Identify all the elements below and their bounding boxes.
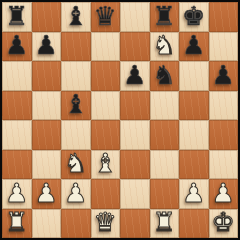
square-f6[interactable]: ♞ [150, 61, 180, 91]
piece-white-knight[interactable]: ♞ [153, 32, 176, 58]
square-d1[interactable]: ♛ [91, 209, 121, 239]
chess-board: ♜♝♛♜♚♟♟♞♟♟♞♟♝♞♝♟♟♟♟♟♜♛♜♚ [2, 2, 238, 238]
square-h2[interactable]: ♟ [209, 179, 239, 209]
piece-black-pawn[interactable]: ♟ [35, 32, 58, 58]
piece-black-rook[interactable]: ♜ [5, 3, 28, 29]
square-d8[interactable]: ♛ [91, 2, 121, 32]
square-g5[interactable] [179, 91, 209, 121]
square-d7[interactable] [91, 32, 121, 62]
square-b5[interactable] [32, 91, 62, 121]
square-g3[interactable] [179, 150, 209, 180]
square-h3[interactable] [209, 150, 239, 180]
square-e4[interactable] [120, 120, 150, 150]
square-a2[interactable]: ♟ [2, 179, 32, 209]
square-g6[interactable] [179, 61, 209, 91]
square-a6[interactable] [2, 61, 32, 91]
piece-black-pawn[interactable]: ♟ [123, 62, 146, 88]
square-b2[interactable]: ♟ [32, 179, 62, 209]
piece-white-pawn[interactable]: ♟ [5, 180, 28, 206]
square-e8[interactable] [120, 2, 150, 32]
square-f5[interactable] [150, 91, 180, 121]
square-g4[interactable] [179, 120, 209, 150]
square-h6[interactable]: ♟ [209, 61, 239, 91]
square-a3[interactable] [2, 150, 32, 180]
square-h4[interactable] [209, 120, 239, 150]
square-c3[interactable]: ♞ [61, 150, 91, 180]
square-h5[interactable] [209, 91, 239, 121]
piece-white-king[interactable]: ♚ [212, 209, 235, 235]
square-e5[interactable] [120, 91, 150, 121]
square-f3[interactable] [150, 150, 180, 180]
square-a7[interactable]: ♟ [2, 32, 32, 62]
piece-white-pawn[interactable]: ♟ [212, 180, 235, 206]
square-f8[interactable]: ♜ [150, 2, 180, 32]
square-f2[interactable] [150, 179, 180, 209]
piece-white-pawn[interactable]: ♟ [35, 180, 58, 206]
piece-black-pawn[interactable]: ♟ [212, 62, 235, 88]
square-a5[interactable] [2, 91, 32, 121]
board-frame: ♜♝♛♜♚♟♟♞♟♟♞♟♝♞♝♟♟♟♟♟♜♛♜♚ [0, 0, 240, 240]
square-f1[interactable]: ♜ [150, 209, 180, 239]
square-g1[interactable] [179, 209, 209, 239]
square-g8[interactable]: ♚ [179, 2, 209, 32]
piece-black-knight[interactable]: ♞ [153, 62, 176, 88]
square-a8[interactable]: ♜ [2, 2, 32, 32]
piece-black-rook[interactable]: ♜ [153, 3, 176, 29]
square-g2[interactable]: ♟ [179, 179, 209, 209]
piece-black-pawn[interactable]: ♟ [182, 32, 205, 58]
square-d4[interactable] [91, 120, 121, 150]
square-f7[interactable]: ♞ [150, 32, 180, 62]
square-b1[interactable] [32, 209, 62, 239]
piece-black-queen[interactable]: ♛ [94, 3, 117, 29]
square-b7[interactable]: ♟ [32, 32, 62, 62]
square-b4[interactable] [32, 120, 62, 150]
piece-white-rook[interactable]: ♜ [153, 209, 176, 235]
square-c8[interactable]: ♝ [61, 2, 91, 32]
piece-white-pawn[interactable]: ♟ [182, 180, 205, 206]
square-c4[interactable] [61, 120, 91, 150]
piece-black-bishop[interactable]: ♝ [64, 91, 87, 117]
square-b3[interactable] [32, 150, 62, 180]
square-a4[interactable] [2, 120, 32, 150]
piece-white-pawn[interactable]: ♟ [64, 180, 87, 206]
square-d5[interactable] [91, 91, 121, 121]
piece-black-bishop[interactable]: ♝ [64, 3, 87, 29]
square-a1[interactable]: ♜ [2, 209, 32, 239]
square-e3[interactable] [120, 150, 150, 180]
square-g7[interactable]: ♟ [179, 32, 209, 62]
piece-white-rook[interactable]: ♜ [5, 209, 28, 235]
square-f4[interactable] [150, 120, 180, 150]
square-h8[interactable] [209, 2, 239, 32]
piece-black-pawn[interactable]: ♟ [5, 32, 28, 58]
square-c7[interactable] [61, 32, 91, 62]
square-e1[interactable] [120, 209, 150, 239]
piece-white-queen[interactable]: ♛ [94, 209, 117, 235]
square-b6[interactable] [32, 61, 62, 91]
square-e6[interactable]: ♟ [120, 61, 150, 91]
piece-white-bishop[interactable]: ♝ [94, 150, 117, 176]
square-c2[interactable]: ♟ [61, 179, 91, 209]
square-c1[interactable] [61, 209, 91, 239]
square-d2[interactable] [91, 179, 121, 209]
square-e7[interactable] [120, 32, 150, 62]
square-c6[interactable] [61, 61, 91, 91]
piece-white-knight[interactable]: ♞ [64, 150, 87, 176]
square-d3[interactable]: ♝ [91, 150, 121, 180]
square-d6[interactable] [91, 61, 121, 91]
square-c5[interactable]: ♝ [61, 91, 91, 121]
square-h1[interactable]: ♚ [209, 209, 239, 239]
piece-black-king[interactable]: ♚ [182, 3, 205, 29]
square-b8[interactable] [32, 2, 62, 32]
square-h7[interactable] [209, 32, 239, 62]
square-e2[interactable] [120, 179, 150, 209]
